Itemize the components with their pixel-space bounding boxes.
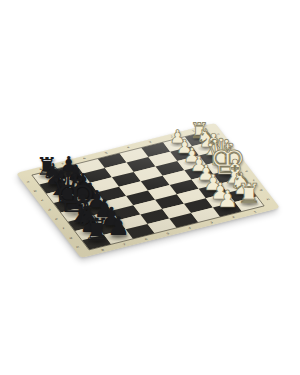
coordinate-label: 5 [104, 152, 108, 155]
coordinate-label: h [266, 198, 270, 201]
coordinate-label: 8 [100, 249, 104, 252]
coordinate-label: 2 [231, 216, 235, 219]
coordinate-label: 3 [209, 221, 213, 224]
coordinate-label: 8 [39, 168, 43, 171]
coordinate-label: g [69, 236, 73, 239]
coordinate-label: c [231, 151, 235, 153]
coordinate-label: 5 [166, 232, 170, 235]
coordinate-label: 1 [191, 130, 195, 133]
coordinate-label: d [237, 161, 241, 164]
coordinate-label: 2 [170, 135, 174, 138]
coordinate-label: g [259, 189, 263, 192]
coordinate-label: 6 [82, 157, 86, 160]
coordinate-label: 6 [144, 238, 148, 241]
board-coordinates: aa88bb77cc66dd55ee44ff33gg22hh11 [16, 123, 280, 258]
coordinate-label: a [216, 133, 220, 136]
coordinate-label: b [223, 142, 227, 145]
coordinate-label: 3 [148, 141, 152, 144]
coordinate-label: a [26, 181, 30, 184]
coordinate-label: f [62, 227, 65, 229]
coordinate-label: h [76, 246, 80, 249]
coordinate-label: f [252, 179, 255, 181]
coordinate-label: e [245, 170, 249, 173]
chess-mat: aa88bb77cc66dd55ee44ff33gg22hh11 [16, 123, 280, 258]
coordinate-label: 4 [126, 146, 130, 149]
coordinate-label: 1 [253, 210, 257, 213]
coordinate-label: b [33, 190, 37, 193]
coordinate-label: 7 [122, 243, 126, 246]
coordinate-label: e [54, 218, 58, 221]
coordinate-label: 4 [188, 227, 192, 230]
chess-set-photo: aa88bb77cc66dd55ee44ff33gg22hh11 ♜♞♝♛♚♝♞… [0, 0, 300, 375]
coordinate-label: c [40, 199, 44, 201]
coordinate-label: d [47, 208, 51, 211]
coordinate-label: 7 [61, 163, 65, 166]
